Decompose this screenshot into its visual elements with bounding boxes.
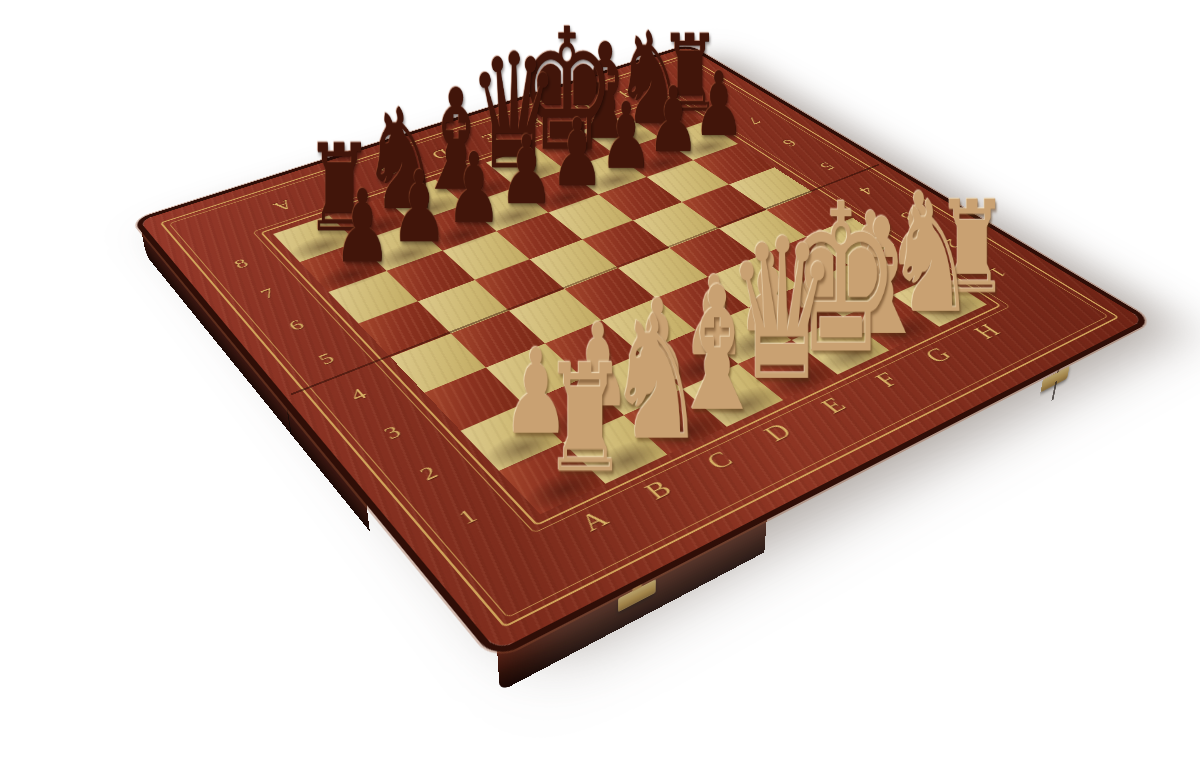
- chess-set-photo: ABCDEFGH ABCDEFGH 87654321 87654321 ♜♞♝♛…: [0, 0, 1200, 769]
- rank-labels-left-1: 1: [419, 481, 517, 552]
- chess-board: ABCDEFGH ABCDEFGH 87654321 87654321 ♜♞♝♛…: [139, 47, 1144, 651]
- black-pawn-a7: ♟: [333, 177, 374, 278]
- rank-labels-left-8: 8: [203, 241, 279, 287]
- board-frame: ABCDEFGH ABCDEFGH 87654321 87654321 ♜♞♝♛…: [139, 47, 1144, 651]
- white-rook-a1: ♜: [543, 345, 593, 493]
